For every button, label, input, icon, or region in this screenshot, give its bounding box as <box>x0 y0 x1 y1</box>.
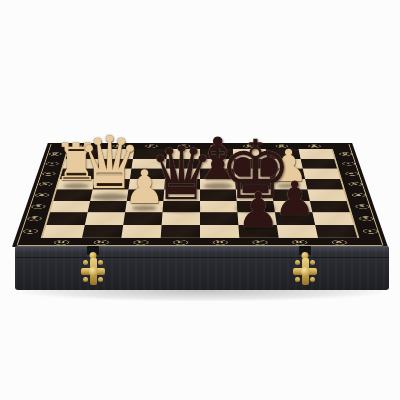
square-f4 <box>127 189 164 200</box>
coord-rank-right-1: 1 <box>362 229 378 234</box>
coord-file-front-D: D <box>212 240 227 245</box>
coord-file-front-E: E <box>173 240 188 245</box>
square-d6 <box>200 169 235 179</box>
square-a3 <box>310 201 350 213</box>
ornate-cross-clasp-icon <box>293 258 317 285</box>
square-c7 <box>234 159 269 169</box>
coord-rank-right-6: 6 <box>344 172 358 176</box>
coord-file-front-C: C <box>252 240 267 245</box>
coord-file-back-E: E <box>177 144 189 147</box>
coord-file-back-F: F <box>145 144 158 147</box>
square-b7 <box>267 159 303 169</box>
square-a8 <box>299 149 335 158</box>
ornate-cross-clasp-icon <box>81 258 105 285</box>
coord-file-front-G: G <box>93 240 109 245</box>
square-g6 <box>95 169 132 179</box>
coord-rank-right-8: 8 <box>338 152 352 156</box>
coord-rank-left-5: 5 <box>38 182 53 186</box>
square-c1 <box>238 225 278 238</box>
square-d4 <box>200 189 237 200</box>
square-d5 <box>200 179 236 190</box>
square-h1 <box>43 225 85 238</box>
square-a7 <box>301 159 337 169</box>
square-h6 <box>60 169 97 179</box>
square-e5 <box>164 179 200 190</box>
square-d3 <box>200 201 237 213</box>
square-h7 <box>63 159 99 169</box>
square-f3 <box>125 201 163 213</box>
square-g8 <box>99 149 134 158</box>
square-c5 <box>235 179 272 190</box>
square-a1 <box>315 225 357 238</box>
square-e1 <box>161 225 200 238</box>
square-b6 <box>268 169 305 179</box>
square-g7 <box>97 159 133 169</box>
coord-rank-right-3: 3 <box>354 204 369 208</box>
square-e8 <box>166 149 200 158</box>
square-g3 <box>88 201 127 213</box>
square-g5 <box>93 179 130 190</box>
square-h5 <box>57 179 95 190</box>
square-f6 <box>130 169 166 179</box>
square-b1 <box>277 225 318 238</box>
coord-file-back-G: G <box>112 144 125 147</box>
square-c3 <box>237 201 275 213</box>
square-h8 <box>66 149 102 158</box>
clasp-keeper-icon <box>87 246 99 255</box>
coord-file-front-H: H <box>53 240 69 245</box>
square-d1 <box>200 225 239 238</box>
square-f7 <box>132 159 167 169</box>
square-g1 <box>82 225 123 238</box>
square-f1 <box>121 225 161 238</box>
clasp-right <box>290 246 320 285</box>
square-e2 <box>162 212 200 224</box>
coord-file-back-D: D <box>210 144 222 147</box>
square-b4 <box>272 189 310 200</box>
coord-rank-left-6: 6 <box>41 172 55 176</box>
coord-file-front-F: F <box>133 240 148 245</box>
lid-seam <box>15 257 389 258</box>
coord-rank-right-4: 4 <box>351 193 366 197</box>
coord-rank-left-2: 2 <box>26 216 42 221</box>
square-c6 <box>234 169 270 179</box>
box-front-panel <box>15 246 389 290</box>
square-h3 <box>50 201 90 213</box>
coord-rank-left-4: 4 <box>34 193 49 197</box>
coord-file-back-A: A <box>308 144 321 147</box>
coord-file-front-A: A <box>331 240 347 245</box>
square-b2 <box>275 212 315 224</box>
coord-rank-left-1: 1 <box>22 229 38 234</box>
coord-file-back-H: H <box>79 144 92 147</box>
square-e4 <box>163 189 200 200</box>
square-c4 <box>236 189 273 200</box>
square-d8 <box>200 149 234 158</box>
coord-rank-right-7: 7 <box>341 162 355 166</box>
square-g2 <box>85 212 125 224</box>
square-a2 <box>312 212 353 224</box>
coord-rank-left-3: 3 <box>30 204 45 208</box>
coord-file-back-C: C <box>243 144 256 147</box>
square-b3 <box>273 201 312 213</box>
square-h4 <box>54 189 93 200</box>
square-e3 <box>163 201 200 213</box>
square-a5 <box>305 179 343 190</box>
square-b5 <box>270 179 307 190</box>
square-g4 <box>90 189 128 200</box>
board-squares <box>41 149 360 238</box>
coord-file-front-B: B <box>291 240 307 245</box>
square-f2 <box>123 212 162 224</box>
square-f8 <box>133 149 167 158</box>
square-a6 <box>303 169 340 179</box>
coord-file-back-B: B <box>275 144 288 147</box>
square-e7 <box>166 159 200 169</box>
square-e6 <box>165 169 200 179</box>
coord-rank-left-8: 8 <box>48 152 62 156</box>
coord-rank-left-7: 7 <box>45 162 59 166</box>
coord-rank-right-5: 5 <box>348 182 363 186</box>
clasp-keeper-icon <box>299 246 311 255</box>
square-a4 <box>307 189 346 200</box>
square-d2 <box>200 212 238 224</box>
clasp-left <box>78 246 108 285</box>
square-h2 <box>47 212 88 224</box>
coord-rank-right-2: 2 <box>358 216 374 221</box>
square-d7 <box>200 159 234 169</box>
square-c8 <box>233 149 267 158</box>
square-b8 <box>266 149 301 158</box>
square-c2 <box>237 212 276 224</box>
chess-board: HHGGFFEEDDCCBBAA1122334455667788 <box>12 143 388 247</box>
square-f5 <box>128 179 165 190</box>
product-photo-scene: HHGGFFEEDDCCBBAA1122334455667788 <box>0 0 400 400</box>
